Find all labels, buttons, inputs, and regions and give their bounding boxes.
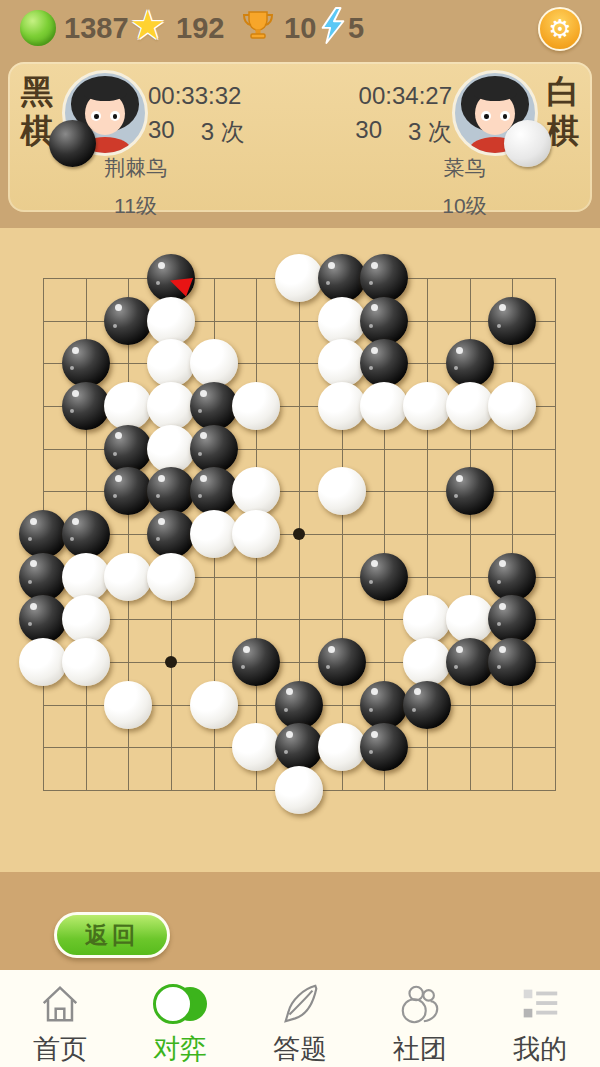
white-stone: [232, 467, 280, 515]
quill-icon: [277, 980, 323, 1027]
black-player-name: 荆棘鸟: [63, 154, 208, 182]
black-stone: [360, 553, 408, 601]
black-stone: [488, 297, 536, 345]
white-byo-periods: 3 次: [408, 116, 452, 148]
nav-item-home[interactable]: 首页: [0, 970, 120, 1067]
star-point: [165, 656, 177, 668]
black-stone: [190, 467, 238, 515]
black-main-time: 00:33:32: [148, 82, 260, 110]
players-panel: 黑棋 白棋 00:33:32 30 3 次: [8, 62, 592, 212]
white-stone: [318, 382, 366, 430]
black-stone: [446, 467, 494, 515]
white-stone: [403, 595, 451, 643]
white-stone: [190, 339, 238, 387]
white-stone: [275, 766, 323, 814]
grid-line-v: [512, 278, 513, 791]
black-stone: [488, 553, 536, 601]
black-clock: 00:33:32 30 3 次: [148, 82, 260, 148]
white-player-rank: 10级: [392, 192, 537, 220]
bottom-strip: 返回: [0, 872, 600, 970]
nav-label: 首页: [33, 1031, 87, 1067]
white-stone: [147, 553, 195, 601]
black-stone: [360, 681, 408, 729]
white-stone: [318, 723, 366, 771]
settings-button[interactable]: ⚙: [538, 7, 582, 51]
people-icon: [397, 980, 443, 1027]
screen: 1387 ★ 192 10 5 ⚙ 黑棋 白棋: [0, 0, 600, 1067]
nav-label: 对弈: [153, 1031, 207, 1067]
black-player-rank: 11级: [63, 192, 208, 220]
black-stone: [360, 339, 408, 387]
white-stone: [104, 382, 152, 430]
white-player-name: 菜鸟: [392, 154, 537, 182]
white-stone: [232, 382, 280, 430]
nav-label: 社团: [393, 1031, 447, 1067]
black-stone: [147, 467, 195, 515]
trophies-value: 10: [284, 12, 316, 45]
white-clock: 00:34:27 30 3 次: [340, 82, 452, 148]
black-stone: [360, 723, 408, 771]
white-stone: [318, 339, 366, 387]
white-stone: [147, 297, 195, 345]
white-stone: [147, 339, 195, 387]
white-byoyomi: 30 3 次: [340, 116, 452, 148]
star-point: [293, 528, 305, 540]
white-stone: [104, 681, 152, 729]
white-main-time: 00:34:27: [340, 82, 452, 110]
black-stone: [62, 382, 110, 430]
black-stone: [19, 595, 67, 643]
list-icon: [517, 980, 563, 1027]
black-stone: [190, 382, 238, 430]
white-stone: [62, 553, 110, 601]
white-stone: [232, 723, 280, 771]
white-stone: [232, 510, 280, 558]
black-stone: [147, 510, 195, 558]
nav-item-play[interactable]: 对弈: [120, 970, 240, 1067]
avatar-fringe: [83, 85, 126, 101]
top-status-bar: 1387 ★ 192 10 5 ⚙: [0, 0, 600, 62]
black-stone: [446, 638, 494, 686]
black-stone: [232, 638, 280, 686]
nav-label: 答题: [273, 1031, 327, 1067]
black-stone: [147, 254, 195, 302]
white-stone: [104, 553, 152, 601]
star-icon: ★: [130, 2, 166, 48]
white-stone: [360, 382, 408, 430]
black-stone: [360, 254, 408, 302]
white-stone: [403, 638, 451, 686]
black-stone: [488, 638, 536, 686]
white-stone: [318, 297, 366, 345]
go-stones-icon: [151, 980, 209, 1027]
black-stone: [19, 510, 67, 558]
black-stone: [104, 425, 152, 473]
back-button[interactable]: 返回: [54, 912, 170, 958]
black-stone: [360, 297, 408, 345]
nav-item-quiz[interactable]: 答题: [240, 970, 360, 1067]
black-stone: [275, 681, 323, 729]
rating-ball-icon: [20, 10, 56, 46]
white-stone: [62, 595, 110, 643]
go-board[interactable]: [0, 228, 600, 872]
white-stone: [62, 638, 110, 686]
white-stone: [275, 254, 323, 302]
gear-icon: ⚙: [548, 14, 571, 45]
nav-label: 我的: [513, 1031, 567, 1067]
white-stone: [446, 382, 494, 430]
avatar-fringe: [473, 85, 516, 101]
energy-value: 5: [348, 12, 364, 45]
white-stone: [190, 510, 238, 558]
black-stone: [275, 723, 323, 771]
white-stone: [403, 382, 451, 430]
white-byo-seconds: 30: [355, 116, 382, 148]
black-stone: [19, 553, 67, 601]
black-stone: [190, 425, 238, 473]
black-stone: [446, 339, 494, 387]
white-stone: [19, 638, 67, 686]
white-stone: [147, 382, 195, 430]
black-stone: [318, 638, 366, 686]
stars-value: 192: [176, 12, 224, 45]
black-stone: [62, 510, 110, 558]
white-stone: [488, 382, 536, 430]
black-stone: [403, 681, 451, 729]
white-stone: [446, 595, 494, 643]
black-stone: [62, 339, 110, 387]
white-stone: [190, 681, 238, 729]
black-byo-seconds: 30: [148, 116, 175, 148]
black-byo-periods: 3 次: [201, 116, 245, 148]
black-byoyomi: 30 3 次: [148, 116, 260, 148]
white-stone: [318, 467, 366, 515]
nav-item-club[interactable]: 社团: [360, 970, 480, 1067]
rating-value: 1387: [64, 12, 129, 45]
lightning-icon: [316, 6, 350, 50]
home-icon: [37, 980, 83, 1027]
grid-line-v: [555, 278, 556, 791]
trophy-icon: [240, 7, 276, 47]
nav-item-mine[interactable]: 我的: [480, 970, 600, 1067]
white-player-info: 菜鸟 10级: [392, 154, 537, 220]
black-stone: [318, 254, 366, 302]
black-stone: [104, 467, 152, 515]
black-stone: [488, 595, 536, 643]
bottom-nav: 首页 对弈 答题 社团: [0, 970, 600, 1067]
black-stone: [104, 297, 152, 345]
black-player-info: 荆棘鸟 11级: [63, 154, 208, 220]
white-stone: [147, 425, 195, 473]
